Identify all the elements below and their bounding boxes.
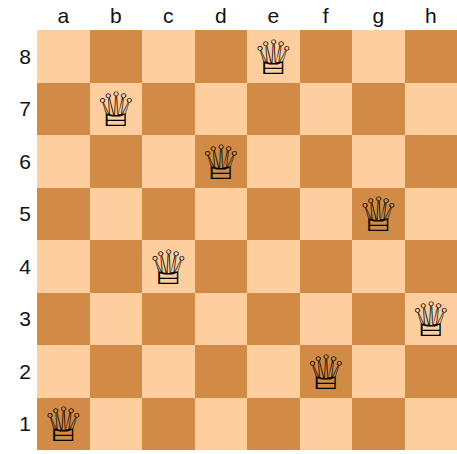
chessboard-container: abcdefgh 87654321 ♕♕♕♕♕♕♕♕ bbox=[0, 0, 457, 454]
square-g4[interactable] bbox=[352, 240, 405, 293]
white-queen: ♕ bbox=[147, 244, 189, 291]
square-c2[interactable] bbox=[142, 345, 195, 398]
square-f4[interactable] bbox=[300, 240, 353, 293]
square-d2[interactable] bbox=[195, 345, 248, 398]
square-a8[interactable] bbox=[37, 30, 90, 83]
rank-label-2: 2 bbox=[0, 345, 37, 398]
file-label-f: f bbox=[300, 0, 353, 30]
rank-label-4: 4 bbox=[0, 240, 37, 293]
file-labels: abcdefgh bbox=[37, 0, 457, 30]
square-d4[interactable] bbox=[195, 240, 248, 293]
square-f7[interactable] bbox=[300, 83, 353, 136]
file-label-b: b bbox=[90, 0, 143, 30]
square-g6[interactable] bbox=[352, 135, 405, 188]
square-h2[interactable] bbox=[405, 345, 457, 398]
file-label-g: g bbox=[352, 0, 405, 30]
square-h4[interactable] bbox=[405, 240, 457, 293]
square-c5[interactable] bbox=[142, 188, 195, 241]
square-b3[interactable] bbox=[90, 293, 143, 346]
rank-label-6: 6 bbox=[0, 135, 37, 188]
square-b2[interactable] bbox=[90, 345, 143, 398]
square-f6[interactable] bbox=[300, 135, 353, 188]
square-c4[interactable]: ♕ bbox=[142, 240, 195, 293]
white-queen: ♕ bbox=[410, 296, 452, 343]
square-g7[interactable] bbox=[352, 83, 405, 136]
square-a3[interactable] bbox=[37, 293, 90, 346]
square-g1[interactable] bbox=[352, 398, 405, 451]
square-d8[interactable] bbox=[195, 30, 248, 83]
square-e1[interactable] bbox=[247, 398, 300, 451]
square-e5[interactable] bbox=[247, 188, 300, 241]
file-label-c: c bbox=[142, 0, 195, 30]
square-f3[interactable] bbox=[300, 293, 353, 346]
square-g3[interactable] bbox=[352, 293, 405, 346]
square-c7[interactable] bbox=[142, 83, 195, 136]
square-b6[interactable] bbox=[90, 135, 143, 188]
rank-label-7: 7 bbox=[0, 83, 37, 136]
square-f8[interactable] bbox=[300, 30, 353, 83]
square-g5[interactable]: ♕ bbox=[352, 188, 405, 241]
square-a2[interactable] bbox=[37, 345, 90, 398]
white-queen: ♕ bbox=[305, 349, 347, 396]
square-a7[interactable] bbox=[37, 83, 90, 136]
square-f5[interactable] bbox=[300, 188, 353, 241]
square-c6[interactable] bbox=[142, 135, 195, 188]
square-b8[interactable] bbox=[90, 30, 143, 83]
square-d7[interactable] bbox=[195, 83, 248, 136]
file-label-e: e bbox=[247, 0, 300, 30]
white-queen: ♕ bbox=[357, 191, 399, 238]
square-a4[interactable] bbox=[37, 240, 90, 293]
file-label-d: d bbox=[195, 0, 248, 30]
square-a6[interactable] bbox=[37, 135, 90, 188]
square-c3[interactable] bbox=[142, 293, 195, 346]
rank-label-5: 5 bbox=[0, 188, 37, 241]
square-e8[interactable]: ♕ bbox=[247, 30, 300, 83]
square-h1[interactable] bbox=[405, 398, 457, 451]
white-queen: ♕ bbox=[95, 86, 137, 133]
square-b1[interactable] bbox=[90, 398, 143, 451]
square-h8[interactable] bbox=[405, 30, 457, 83]
rank-label-3: 3 bbox=[0, 293, 37, 346]
white-queen: ♕ bbox=[42, 401, 84, 448]
square-e4[interactable] bbox=[247, 240, 300, 293]
square-e3[interactable] bbox=[247, 293, 300, 346]
square-e7[interactable] bbox=[247, 83, 300, 136]
square-a1[interactable]: ♕ bbox=[37, 398, 90, 451]
white-queen: ♕ bbox=[200, 139, 242, 186]
square-a5[interactable] bbox=[37, 188, 90, 241]
rank-label-8: 8 bbox=[0, 30, 37, 83]
square-c8[interactable] bbox=[142, 30, 195, 83]
white-queen: ♕ bbox=[252, 34, 294, 81]
file-label-h: h bbox=[405, 0, 457, 30]
square-b4[interactable] bbox=[90, 240, 143, 293]
square-d6[interactable]: ♕ bbox=[195, 135, 248, 188]
rank-labels: 87654321 bbox=[0, 30, 37, 450]
chessboard: ♕♕♕♕♕♕♕♕ bbox=[37, 30, 457, 450]
square-e2[interactable] bbox=[247, 345, 300, 398]
square-f1[interactable] bbox=[300, 398, 353, 451]
square-d5[interactable] bbox=[195, 188, 248, 241]
square-h7[interactable] bbox=[405, 83, 457, 136]
square-h3[interactable]: ♕ bbox=[405, 293, 457, 346]
square-e6[interactable] bbox=[247, 135, 300, 188]
square-b7[interactable]: ♕ bbox=[90, 83, 143, 136]
square-b5[interactable] bbox=[90, 188, 143, 241]
square-d3[interactable] bbox=[195, 293, 248, 346]
file-label-a: a bbox=[37, 0, 90, 30]
square-h6[interactable] bbox=[405, 135, 457, 188]
square-h5[interactable] bbox=[405, 188, 457, 241]
square-c1[interactable] bbox=[142, 398, 195, 451]
square-f2[interactable]: ♕ bbox=[300, 345, 353, 398]
rank-label-1: 1 bbox=[0, 398, 37, 451]
square-d1[interactable] bbox=[195, 398, 248, 451]
square-g8[interactable] bbox=[352, 30, 405, 83]
square-g2[interactable] bbox=[352, 345, 405, 398]
